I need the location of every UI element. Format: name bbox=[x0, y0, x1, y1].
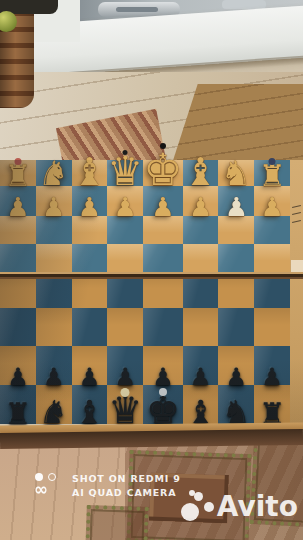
square-r8c1: ♜ bbox=[0, 385, 36, 424]
square-r7c3: ♟ bbox=[72, 346, 108, 385]
square-r4c4 bbox=[107, 244, 143, 272]
square-r7c4: ♟ bbox=[107, 346, 143, 385]
chessboard-grid: ♜♞♝♛♚♝♞♜♟♟♟♟♟♟♟♟♟♟♟♟♟♟♟♟♜♞♝♛♚♝♞♜ bbox=[0, 160, 290, 424]
square-r1c1: ♜ bbox=[0, 160, 36, 186]
square-r6c5 bbox=[143, 308, 182, 346]
square-r6c2 bbox=[36, 308, 72, 346]
black-pawn: ♟ bbox=[152, 367, 174, 387]
black-pawn: ♟ bbox=[79, 367, 101, 387]
avito-logo-icon bbox=[181, 490, 214, 523]
white-pawn: ♟ bbox=[6, 196, 29, 218]
square-r1c8: ♜ bbox=[254, 160, 290, 186]
black-bishop: ♝ bbox=[186, 399, 215, 426]
black-bishop: ♝ bbox=[75, 399, 104, 426]
square-r1c4: ♛ bbox=[107, 160, 143, 186]
square-r8c6: ♝ bbox=[183, 385, 219, 424]
square-r8c7: ♞ bbox=[218, 385, 254, 424]
square-r4c6 bbox=[183, 244, 219, 272]
square-r6c1 bbox=[0, 308, 36, 346]
square-r4c1 bbox=[0, 244, 36, 272]
black-king: ♚ bbox=[146, 394, 180, 426]
square-r6c8 bbox=[254, 308, 290, 346]
white-bishop: ♝ bbox=[72, 156, 106, 188]
square-r1c7: ♞ bbox=[218, 160, 254, 186]
black-queen: ♛ bbox=[108, 394, 142, 426]
square-r6c4 bbox=[107, 308, 143, 346]
white-bishop: ♝ bbox=[184, 156, 218, 188]
avito-watermark-text: Avito bbox=[217, 490, 298, 523]
avito-dot bbox=[189, 490, 195, 496]
square-r7c6: ♟ bbox=[183, 346, 219, 385]
square-r4c2 bbox=[36, 244, 72, 272]
square-r1c5: ♚ bbox=[143, 160, 182, 186]
chessboard: ♜♞♝♛♚♝♞♜♟♟♟♟♟♟♟♟♟♟♟♟♟♟♟♟♜♞♝♛♚♝♞♜ bbox=[0, 160, 303, 424]
black-pawn: ♟ bbox=[261, 367, 283, 387]
black-pawn: ♟ bbox=[190, 367, 212, 387]
white-pawn: ♟ bbox=[151, 196, 174, 218]
square-r7c1: ♟ bbox=[0, 346, 36, 385]
white-pawn: ♟ bbox=[114, 196, 137, 218]
square-r7c2: ♟ bbox=[36, 346, 72, 385]
white-pawn: ♟ bbox=[260, 196, 283, 218]
finial-dot bbox=[159, 388, 167, 396]
camera-watermark-line1: SHOT ON REDMI 9 bbox=[72, 472, 181, 486]
board-fold-hinge bbox=[0, 272, 303, 279]
black-pawn: ♟ bbox=[115, 367, 137, 387]
redmi-camera-logo-icon: ∞ bbox=[34, 470, 60, 502]
square-r8c3: ♝ bbox=[72, 385, 108, 424]
finial-dot bbox=[160, 143, 166, 149]
white-knight: ♞ bbox=[38, 159, 68, 188]
infinity-icon: ∞ bbox=[34, 479, 48, 499]
square-r4c7 bbox=[218, 244, 254, 272]
window-latch-slot bbox=[116, 7, 158, 12]
finial-dot bbox=[123, 150, 128, 155]
board-right-border bbox=[290, 160, 303, 424]
black-knight: ♞ bbox=[39, 399, 68, 426]
white-knight: ♞ bbox=[221, 159, 251, 188]
black-knight: ♞ bbox=[222, 399, 251, 426]
square-r1c6: ♝ bbox=[183, 160, 219, 186]
black-pawn: ♟ bbox=[226, 367, 248, 387]
white-rook: ♜ bbox=[259, 163, 286, 189]
square-r6c7 bbox=[218, 308, 254, 346]
black-pawn: ♟ bbox=[7, 367, 29, 387]
white-king: ♚ bbox=[143, 151, 182, 188]
square-r4c3 bbox=[72, 244, 108, 272]
finial-dot bbox=[269, 158, 276, 165]
square-r1c3: ♝ bbox=[72, 160, 108, 186]
avito-watermark: Avito bbox=[181, 490, 298, 523]
white-pawn: ♟ bbox=[225, 196, 248, 218]
white-pawn: ♟ bbox=[78, 196, 101, 218]
square-r4c8 bbox=[254, 244, 290, 272]
white-pawn: ♟ bbox=[42, 196, 65, 218]
avito-dot bbox=[194, 492, 203, 501]
square-r4c5 bbox=[143, 244, 182, 272]
square-r1c2: ♞ bbox=[36, 160, 72, 186]
square-r8c5: ♚ bbox=[143, 385, 182, 424]
camera-watermark: ∞ SHOT ON REDMI 9 AI QUAD CAMERA bbox=[34, 470, 181, 502]
camera-watermark-line2: AI QUAD CAMERA bbox=[72, 486, 181, 500]
square-r8c4: ♛ bbox=[107, 385, 143, 424]
white-rook: ♜ bbox=[4, 163, 31, 189]
camera-ring-icon bbox=[48, 473, 56, 481]
square-r6c6 bbox=[183, 308, 219, 346]
square-r7c5: ♟ bbox=[143, 346, 182, 385]
square-r8c8: ♜ bbox=[254, 385, 290, 424]
square-r6c3 bbox=[72, 308, 108, 346]
black-rook: ♜ bbox=[4, 401, 31, 427]
square-r7c7: ♟ bbox=[218, 346, 254, 385]
black-pawn: ♟ bbox=[43, 367, 65, 387]
white-pawn: ♟ bbox=[189, 196, 212, 218]
scene-photo: ♜♞♝♛♚♝♞♜♟♟♟♟♟♟♟♟♟♟♟♟♟♟♟♟♜♞♝♛♚♝♞♜ ∞ SHOT … bbox=[0, 0, 303, 540]
avito-dot bbox=[181, 503, 199, 521]
rug-meander-medallion bbox=[85, 505, 149, 540]
square-r7c8: ♟ bbox=[254, 346, 290, 385]
finial-dot bbox=[121, 388, 130, 397]
white-queen: ♛ bbox=[107, 154, 143, 188]
avito-dot bbox=[204, 502, 214, 512]
square-r8c2: ♞ bbox=[36, 385, 72, 424]
finial-dot bbox=[14, 158, 21, 165]
